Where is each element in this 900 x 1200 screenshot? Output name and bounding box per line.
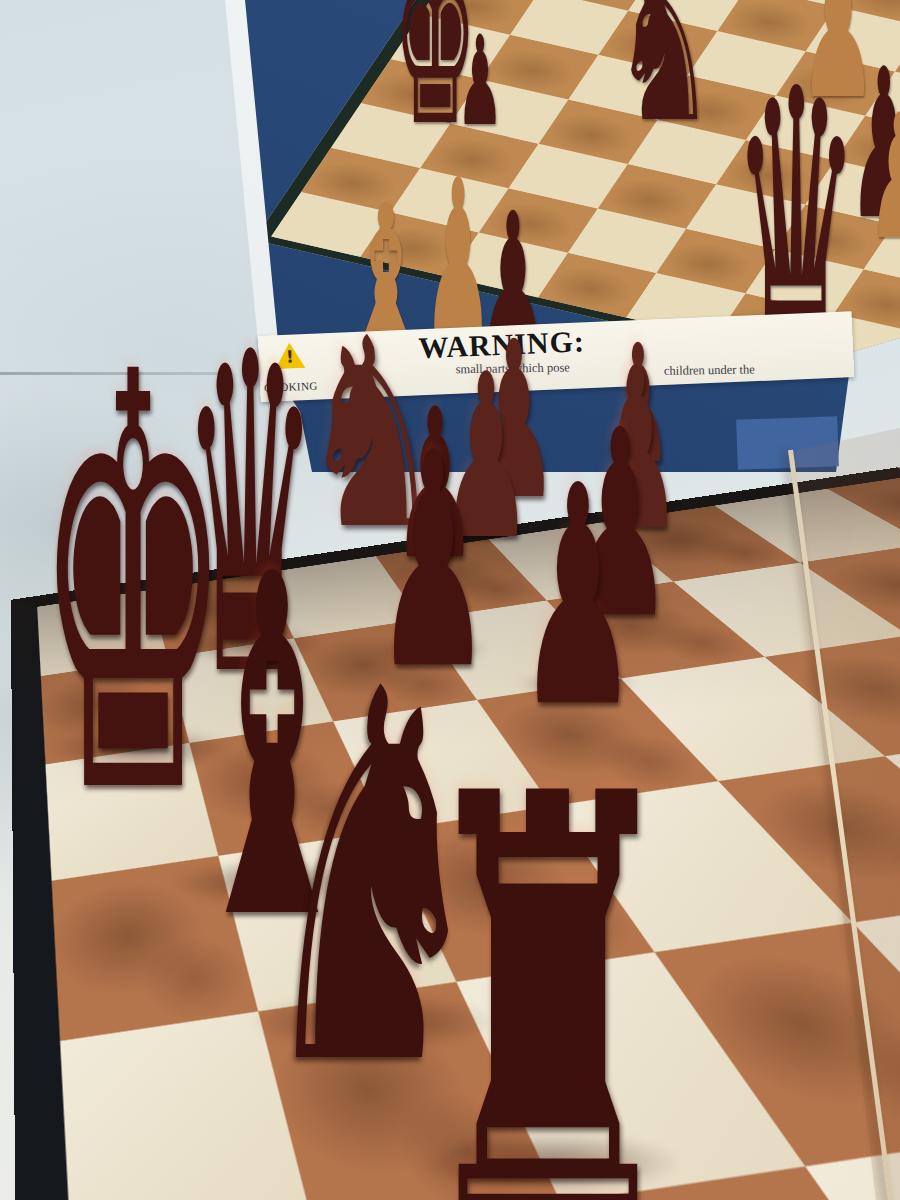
piece-rook: ♜ [406, 722, 690, 1200]
pieces-layer: ♟♟♞♟♟♟♟♛♟♟♚♝♞♜ [0, 0, 900, 1200]
chess-set-photo-scene: ♚♟♞♟♟♟♛♝♟♟ ! WARNING: CHOKING small part… [0, 0, 900, 1200]
